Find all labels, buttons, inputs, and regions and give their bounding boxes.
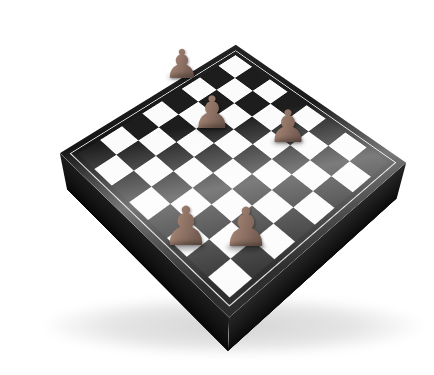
chess-box-render: ♟♟♟♟♟ [0,0,434,375]
pawn-contact-shadow [196,125,228,132]
piece-layer: ♟♟♟♟♟ [0,0,434,375]
pawn-contact-shadow [168,74,197,80]
pawn-contact-shadow [167,242,206,251]
pawn-contact-shadow [272,139,304,146]
pawn-contact-shadow [227,243,266,252]
